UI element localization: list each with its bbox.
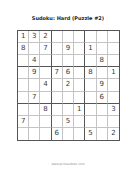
cell-r5c7 [85,79,96,91]
cell-r9c9: 2 [108,128,119,140]
cell-r9c8 [97,128,108,140]
cell-r4c6 [74,67,85,79]
page-title: Sudoku: Hard (Puzzle #2) [0,15,136,21]
cell-r5c9 [108,79,119,91]
cell-r7c3: 8 [40,104,51,116]
cell-r6c5 [63,92,74,104]
cell-r8c7 [85,116,96,128]
cell-r6c4 [52,92,63,104]
cell-r3c9 [108,55,119,67]
cell-r1c5 [63,31,74,43]
cell-r6c9 [108,92,119,104]
cell-r3c3 [40,55,51,67]
cell-r3c4 [52,55,63,67]
cell-r4c3 [40,67,51,79]
sudoku-sheet: Sudoku: Hard (Puzzle #2) 132879148976814… [0,0,136,176]
cell-r7c8 [97,104,108,116]
cell-r2c4 [52,43,63,55]
cell-r7c7 [85,104,96,116]
cell-r4c4: 7 [52,67,63,79]
cell-r9c4: 6 [52,128,63,140]
cell-r3c5 [63,55,74,67]
cell-r6c8: 6 [97,92,108,104]
cell-r1c7 [85,31,96,43]
cell-r1c4 [52,31,63,43]
cell-r7c6: 1 [74,104,85,116]
cell-r2c8 [97,43,108,55]
cell-r9c7: 5 [85,128,96,140]
cell-r5c5: 2 [63,79,74,91]
cell-r4c7: 8 [85,67,96,79]
cell-r2c3: 7 [40,43,51,55]
cell-r1c6 [74,31,85,43]
cell-r6c6 [74,92,85,104]
cell-r8c2 [29,116,40,128]
cell-r8c3 [40,116,51,128]
cell-r2c1: 8 [18,43,29,55]
cell-r7c1 [18,104,29,116]
cell-r2c6 [74,43,85,55]
cell-r6c3 [40,92,51,104]
cell-r6c1 [18,92,29,104]
cell-r8c5: 5 [63,116,74,128]
cell-r8c8 [97,116,108,128]
cell-r1c1: 1 [18,31,29,43]
cell-r5c6 [74,79,85,91]
cell-r3c8: 8 [97,55,108,67]
cell-r1c3: 2 [40,31,51,43]
cell-r8c1: 7 [18,116,29,128]
cell-r5c8: 9 [97,79,108,91]
cell-r3c2: 4 [29,55,40,67]
cell-r3c6 [74,55,85,67]
cell-r3c7 [85,55,96,67]
cell-r2c5: 9 [63,43,74,55]
cell-r8c4 [52,116,63,128]
cell-r5c2 [29,79,40,91]
cell-r7c5 [63,104,74,116]
cell-r7c9: 3 [108,104,119,116]
cell-r6c7 [85,92,96,104]
cell-r9c2 [29,128,40,140]
cell-r5c4 [52,79,63,91]
cell-r4c9: 1 [108,67,119,79]
cell-r3c1 [18,55,29,67]
footer-url: www.printsudoku.com [0,162,136,166]
cell-r7c2 [29,104,40,116]
cell-r9c3 [40,128,51,140]
cell-r9c5 [63,128,74,140]
cell-r9c6 [74,128,85,140]
sudoku-grid: 132879148976814297681375652 [17,30,120,141]
cell-r5c3: 4 [40,79,51,91]
cell-r5c1 [18,79,29,91]
cell-r2c9 [108,43,119,55]
cell-r1c8 [97,31,108,43]
cell-r1c2: 3 [29,31,40,43]
cell-r4c1 [18,67,29,79]
cell-r4c5: 6 [63,67,74,79]
cell-r1c9 [108,31,119,43]
cell-r9c1 [18,128,29,140]
cell-r2c7: 1 [85,43,96,55]
cell-r8c9 [108,116,119,128]
cell-r8c6 [74,116,85,128]
cell-r7c4 [52,104,63,116]
cell-r6c2: 7 [29,92,40,104]
cell-r4c2: 9 [29,67,40,79]
cell-r2c2 [29,43,40,55]
cell-r4c8 [97,67,108,79]
